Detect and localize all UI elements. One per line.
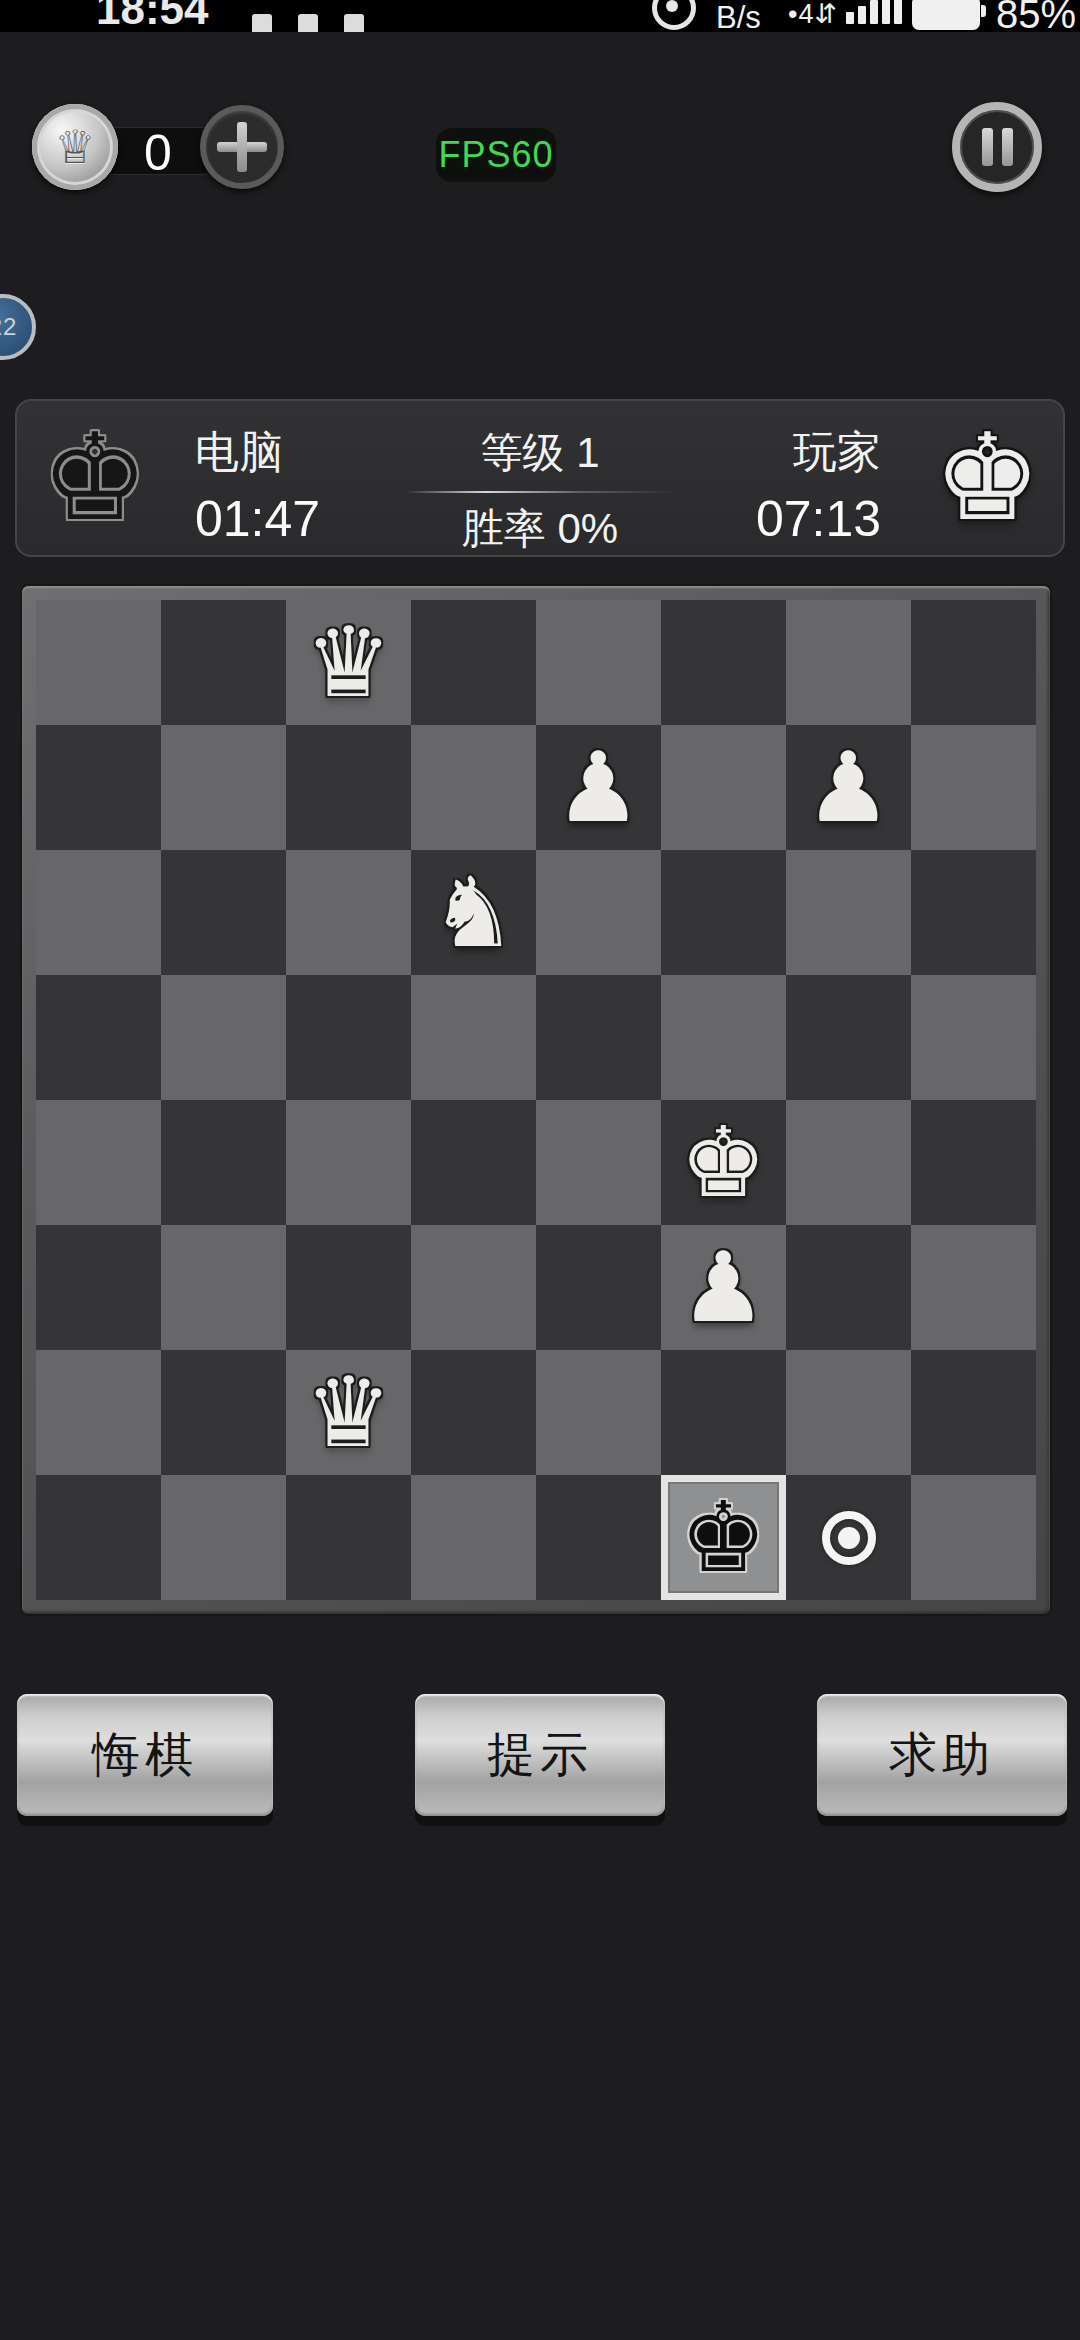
clock-time: 18:54	[96, 0, 209, 32]
square-h6[interactable]	[911, 850, 1036, 975]
square-e7[interactable]: ♟	[536, 725, 661, 850]
square-b4[interactable]	[161, 1100, 286, 1225]
square-d1[interactable]	[411, 1475, 536, 1600]
square-b5[interactable]	[161, 975, 286, 1100]
square-f5[interactable]	[661, 975, 786, 1100]
coin-count: 0	[126, 124, 190, 182]
square-a3[interactable]	[36, 1225, 161, 1350]
battery-icon	[912, 0, 980, 30]
square-d3[interactable]	[411, 1225, 536, 1350]
square-a8[interactable]	[36, 600, 161, 725]
square-f7[interactable]	[661, 725, 786, 850]
square-e2[interactable]	[536, 1350, 661, 1475]
square-a5[interactable]	[36, 975, 161, 1100]
square-a4[interactable]	[36, 1100, 161, 1225]
win-rate-label: 胜率 0%	[17, 501, 1063, 557]
board-frame: ♛♟♟♞♚♟♛♚	[20, 584, 1052, 1616]
square-h1[interactable]	[911, 1475, 1036, 1600]
divider	[405, 491, 675, 493]
black-king-f1: ♚	[680, 1489, 767, 1586]
move-target-dot-g1	[822, 1511, 876, 1565]
white-pawn-g7: ♟	[805, 739, 892, 836]
white-pawn-e7: ♟	[555, 739, 642, 836]
square-h5[interactable]	[911, 975, 1036, 1100]
square-b6[interactable]	[161, 850, 286, 975]
network-speed-label: B/s	[716, 0, 761, 32]
side-badge-value: 22	[0, 313, 17, 341]
status-bar: 18:54 B/s •4⇵ 85%	[0, 0, 1080, 32]
undo-button[interactable]: 悔棋	[17, 1694, 273, 1816]
square-e1[interactable]	[536, 1475, 661, 1600]
square-g1[interactable]	[786, 1475, 911, 1600]
square-h2[interactable]	[911, 1350, 1036, 1475]
data-saver-icon	[652, 0, 696, 30]
crown-icon: ♕	[54, 120, 95, 174]
square-a7[interactable]	[36, 725, 161, 850]
square-g8[interactable]	[786, 600, 911, 725]
square-c6[interactable]	[286, 850, 411, 975]
square-g3[interactable]	[786, 1225, 911, 1350]
square-g4[interactable]	[786, 1100, 911, 1225]
battery-percent: 85%	[996, 0, 1076, 32]
square-d8[interactable]	[411, 600, 536, 725]
square-b1[interactable]	[161, 1475, 286, 1600]
square-e8[interactable]	[536, 600, 661, 725]
square-g7[interactable]: ♟	[786, 725, 911, 850]
square-e5[interactable]	[536, 975, 661, 1100]
scoreboard-panel: ♚ 电脑 01:47 等级 1 胜率 0% 玩家 07:13 ♚	[15, 399, 1065, 557]
fps-label: FPS60	[438, 134, 553, 176]
square-b2[interactable]	[161, 1350, 286, 1475]
white-queen-c2: ♛	[305, 1364, 392, 1461]
square-h8[interactable]	[911, 600, 1036, 725]
square-c5[interactable]	[286, 975, 411, 1100]
white-king-f4: ♚	[680, 1114, 767, 1211]
square-h7[interactable]	[911, 725, 1036, 850]
square-g6[interactable]	[786, 850, 911, 975]
square-d2[interactable]	[411, 1350, 536, 1475]
help-button[interactable]: 求助	[817, 1694, 1067, 1816]
square-d4[interactable]	[411, 1100, 536, 1225]
square-f4[interactable]: ♚	[661, 1100, 786, 1225]
match-info: 等级 1 胜率 0%	[17, 425, 1063, 557]
chess-board: ♛♟♟♞♚♟♛♚	[36, 600, 1036, 1600]
square-f8[interactable]	[661, 600, 786, 725]
square-c7[interactable]	[286, 725, 411, 850]
square-h4[interactable]	[911, 1100, 1036, 1225]
white-king-crown-icon: ♚	[933, 418, 1041, 538]
square-e3[interactable]	[536, 1225, 661, 1350]
square-c2[interactable]: ♛	[286, 1350, 411, 1475]
square-d7[interactable]	[411, 725, 536, 850]
square-a6[interactable]	[36, 850, 161, 975]
square-d6[interactable]: ♞	[411, 850, 536, 975]
square-f6[interactable]	[661, 850, 786, 975]
square-f1[interactable]: ♚	[661, 1475, 786, 1600]
square-h3[interactable]	[911, 1225, 1036, 1350]
square-d5[interactable]	[411, 975, 536, 1100]
square-f3[interactable]: ♟	[661, 1225, 786, 1350]
square-b8[interactable]	[161, 600, 286, 725]
square-c3[interactable]	[286, 1225, 411, 1350]
notification-icons	[252, 14, 364, 32]
side-badge[interactable]: 22	[0, 294, 36, 360]
app-screen: 18:54 B/s •4⇵ 85% ♕ 0 FPS60 22 ♚ 电脑 01:4…	[0, 0, 1080, 2340]
square-a2[interactable]	[36, 1350, 161, 1475]
signal-strength-icon	[846, 0, 902, 24]
white-queen-c8: ♛	[305, 614, 392, 711]
square-b3[interactable]	[161, 1225, 286, 1350]
white-pawn-f3: ♟	[680, 1239, 767, 1336]
level-label: 等级 1	[17, 425, 1063, 481]
pause-button[interactable]	[952, 102, 1042, 192]
square-g5[interactable]	[786, 975, 911, 1100]
square-b7[interactable]	[161, 725, 286, 850]
square-e4[interactable]	[536, 1100, 661, 1225]
hint-button[interactable]: 提示	[415, 1694, 665, 1816]
white-knight-d6: ♞	[430, 864, 517, 961]
square-c1[interactable]	[286, 1475, 411, 1600]
player-clock: 07:13	[756, 490, 881, 548]
mobile-data-icon: •4⇵	[788, 0, 838, 30]
coin-icon: ♕	[32, 104, 118, 190]
add-coins-button[interactable]	[200, 105, 284, 189]
square-e6[interactable]	[536, 850, 661, 975]
player-label: 玩家	[756, 423, 881, 482]
square-c8[interactable]: ♛	[286, 600, 411, 725]
square-g2[interactable]	[786, 1350, 911, 1475]
square-c4[interactable]	[286, 1100, 411, 1225]
fps-badge: FPS60	[436, 128, 556, 182]
square-f2[interactable]	[661, 1350, 786, 1475]
player-info: 玩家 07:13	[756, 423, 881, 548]
square-a1[interactable]	[36, 1475, 161, 1600]
